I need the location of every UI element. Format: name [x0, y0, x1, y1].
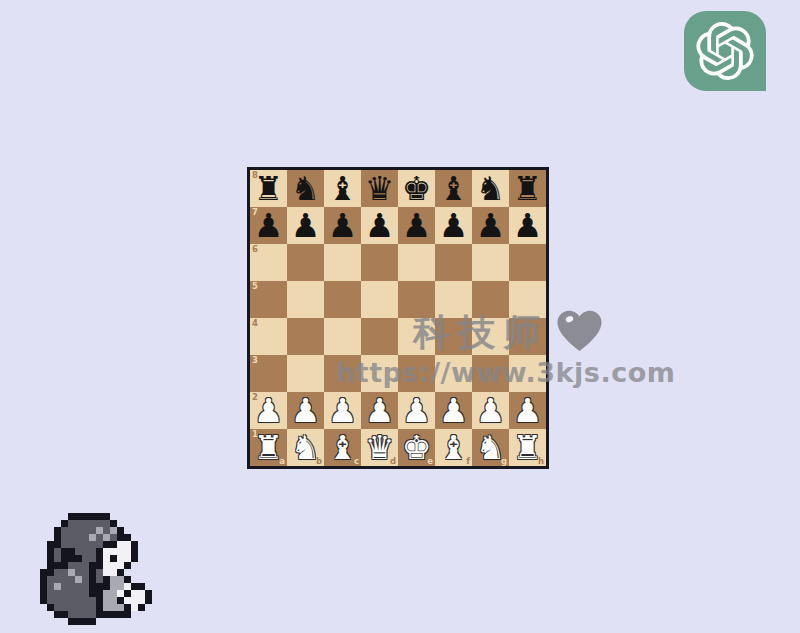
square-f1[interactable]: f♝	[435, 429, 472, 466]
black-pawn[interactable]: ♟	[361, 207, 398, 244]
heart-icon	[556, 309, 603, 352]
square-c1[interactable]: c♝	[324, 429, 361, 466]
rank-label-6: 6	[252, 245, 258, 254]
square-h2[interactable]: ♟	[509, 392, 546, 429]
square-a6[interactable]: 6	[250, 244, 287, 281]
square-b1[interactable]: b♞	[287, 429, 324, 466]
square-c4[interactable]	[324, 318, 361, 355]
square-d6[interactable]	[361, 244, 398, 281]
black-knight[interactable]: ♞	[287, 170, 324, 207]
black-bishop[interactable]: ♝	[435, 170, 472, 207]
square-c8[interactable]: ♝	[324, 170, 361, 207]
square-b2[interactable]: ♟	[287, 392, 324, 429]
rank-label-4: 4	[252, 319, 258, 328]
white-pawn[interactable]: ♟	[324, 392, 361, 429]
square-g7[interactable]: ♟	[472, 207, 509, 244]
white-rook[interactable]: ♜	[509, 429, 546, 466]
square-c5[interactable]	[324, 281, 361, 318]
white-pawn[interactable]: ♟	[435, 392, 472, 429]
white-bishop[interactable]: ♝	[435, 429, 472, 466]
black-rook[interactable]: ♜	[250, 170, 287, 207]
square-c6[interactable]	[324, 244, 361, 281]
square-a2[interactable]: 2♟	[250, 392, 287, 429]
square-f7[interactable]: ♟	[435, 207, 472, 244]
square-e2[interactable]: ♟	[398, 392, 435, 429]
square-d1[interactable]: d♛	[361, 429, 398, 466]
square-d7[interactable]: ♟	[361, 207, 398, 244]
black-pawn[interactable]: ♟	[250, 207, 287, 244]
white-queen[interactable]: ♛	[361, 429, 398, 466]
square-b7[interactable]: ♟	[287, 207, 324, 244]
square-h8[interactable]: ♜	[509, 170, 546, 207]
watermark-title: 科技师	[413, 308, 548, 358]
square-g8[interactable]: ♞	[472, 170, 509, 207]
black-knight[interactable]: ♞	[472, 170, 509, 207]
black-pawn[interactable]: ♟	[398, 207, 435, 244]
black-rook[interactable]: ♜	[509, 170, 546, 207]
square-a1[interactable]: 1a♜	[250, 429, 287, 466]
openai-logo-icon	[696, 22, 754, 80]
square-e7[interactable]: ♟	[398, 207, 435, 244]
white-rook[interactable]: ♜	[250, 429, 287, 466]
square-a8[interactable]: 8♜	[250, 170, 287, 207]
white-knight[interactable]: ♞	[472, 429, 509, 466]
square-g1[interactable]: g♞	[472, 429, 509, 466]
square-c2[interactable]: ♟	[324, 392, 361, 429]
black-queen[interactable]: ♛	[361, 170, 398, 207]
square-f2[interactable]: ♟	[435, 392, 472, 429]
square-h7[interactable]: ♟	[509, 207, 546, 244]
chatgpt-logo-badge	[684, 11, 766, 91]
square-c7[interactable]: ♟	[324, 207, 361, 244]
square-b3[interactable]	[287, 355, 324, 392]
pixel-character-sprite	[40, 513, 152, 625]
black-pawn[interactable]: ♟	[435, 207, 472, 244]
white-pawn[interactable]: ♟	[361, 392, 398, 429]
watermark-url: https://www.3kjs.com	[336, 357, 675, 388]
square-b5[interactable]	[287, 281, 324, 318]
square-d8[interactable]: ♛	[361, 170, 398, 207]
square-d2[interactable]: ♟	[361, 392, 398, 429]
square-b4[interactable]	[287, 318, 324, 355]
square-g2[interactable]: ♟	[472, 392, 509, 429]
white-bishop[interactable]: ♝	[324, 429, 361, 466]
white-king[interactable]: ♚	[398, 429, 435, 466]
square-f8[interactable]: ♝	[435, 170, 472, 207]
square-g6[interactable]	[472, 244, 509, 281]
page-background: 8♜♞♝♛♚♝♞♜7♟♟♟♟♟♟♟♟65432♟♟♟♟♟♟♟♟1a♜b♞c♝d♛…	[0, 0, 800, 633]
square-e1[interactable]: e♚	[398, 429, 435, 466]
white-pawn[interactable]: ♟	[509, 392, 546, 429]
square-a5[interactable]: 5	[250, 281, 287, 318]
black-pawn[interactable]: ♟	[287, 207, 324, 244]
square-a7[interactable]: 7♟	[250, 207, 287, 244]
rank-label-3: 3	[252, 356, 258, 365]
square-a4[interactable]: 4	[250, 318, 287, 355]
white-pawn[interactable]: ♟	[287, 392, 324, 429]
square-d5[interactable]	[361, 281, 398, 318]
square-b8[interactable]: ♞	[287, 170, 324, 207]
square-h1[interactable]: h♜	[509, 429, 546, 466]
white-knight[interactable]: ♞	[287, 429, 324, 466]
square-e6[interactable]	[398, 244, 435, 281]
rank-label-5: 5	[252, 282, 258, 291]
white-pawn[interactable]: ♟	[398, 392, 435, 429]
square-a3[interactable]: 3	[250, 355, 287, 392]
white-pawn[interactable]: ♟	[472, 392, 509, 429]
square-h6[interactable]	[509, 244, 546, 281]
black-bishop[interactable]: ♝	[324, 170, 361, 207]
square-b6[interactable]	[287, 244, 324, 281]
white-pawn[interactable]: ♟	[250, 392, 287, 429]
square-f6[interactable]	[435, 244, 472, 281]
black-pawn[interactable]: ♟	[472, 207, 509, 244]
black-king[interactable]: ♚	[398, 170, 435, 207]
square-e8[interactable]: ♚	[398, 170, 435, 207]
square-d4[interactable]	[361, 318, 398, 355]
black-pawn[interactable]: ♟	[509, 207, 546, 244]
black-pawn[interactable]: ♟	[324, 207, 361, 244]
